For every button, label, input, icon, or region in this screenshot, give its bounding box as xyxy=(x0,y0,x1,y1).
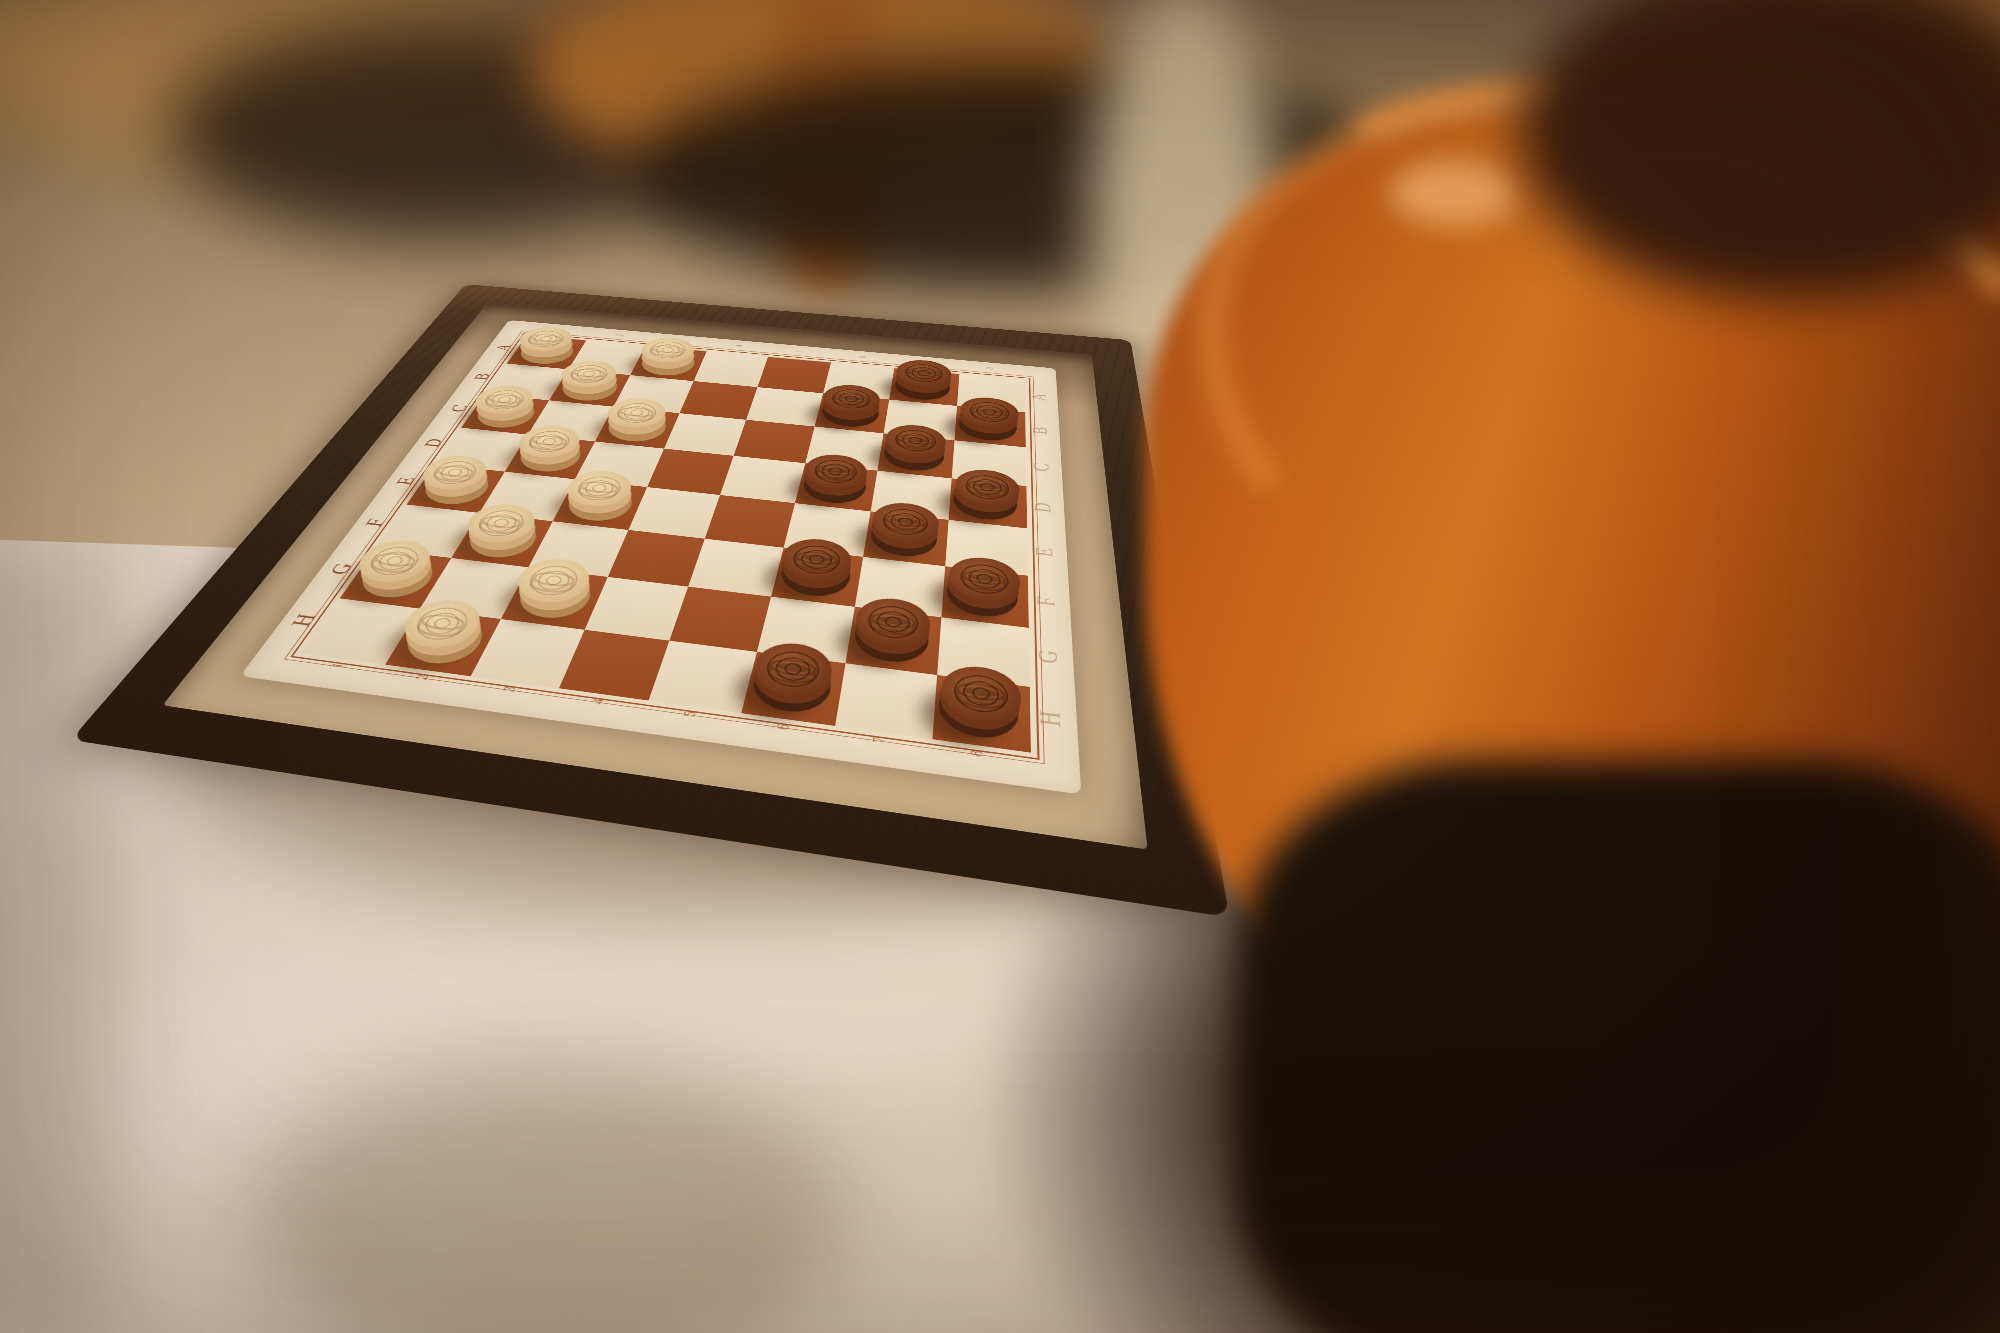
checker-glyph-dark: ⛂ xyxy=(810,453,860,491)
checker-light-A3[interactable]: ⛀ xyxy=(630,346,706,381)
file-label-near-1: 1 xyxy=(326,659,349,672)
chair-base-dark xyxy=(1240,760,2000,1333)
file-label-far-2: 2 xyxy=(613,332,627,338)
file-label-near-8: 8 xyxy=(967,746,986,762)
file-label-near-3: 3 xyxy=(499,682,521,696)
rank-label-right-A: A xyxy=(1028,391,1049,403)
file-label-near-7: 7 xyxy=(869,732,889,747)
rank-label-left-C: C xyxy=(445,402,472,414)
checker-glyph-dark: ⛂ xyxy=(964,468,1010,507)
rank-label-left-G: G xyxy=(323,560,358,578)
file-label-far-5: 5 xyxy=(794,348,807,354)
checker-light-C3[interactable]: ⛀ xyxy=(595,406,679,447)
checker-glyph-dark: ⛂ xyxy=(892,423,937,458)
checker-glyph-dark: ⛂ xyxy=(788,537,844,583)
checker-glyph-dark: ⛂ xyxy=(864,596,921,649)
checker-glyph-dark: ⛂ xyxy=(760,641,824,699)
table-edge-shade xyxy=(0,560,120,1333)
file-label-near-5: 5 xyxy=(679,707,700,722)
checker-light-H2[interactable]: ⛀ xyxy=(386,606,502,673)
checker-dark-B6[interactable]: ⛂ xyxy=(813,393,888,433)
checker-dark-F6[interactable]: ⛂ xyxy=(769,546,861,605)
rank-label-right-D: D xyxy=(1030,500,1055,516)
photo-canvas: ABCDEFGH ABCDEFGH 12345678 12345678 ⛀⛀⛂⛀… xyxy=(0,0,2000,1333)
checker-light-G3[interactable]: ⛀ xyxy=(501,566,607,628)
checker-dark-A7[interactable]: ⛂ xyxy=(887,368,957,405)
checker-glyph-dark: ⛂ xyxy=(969,396,1010,428)
piece-top: ⛂ xyxy=(954,467,1020,508)
rank-label-left-F: F xyxy=(358,515,391,531)
checker-dark-G7[interactable]: ⛂ xyxy=(843,605,938,672)
rank-label-right-C: C xyxy=(1029,460,1053,474)
checker-dark-E7[interactable]: ⛂ xyxy=(861,510,946,564)
checker-dark-C7[interactable]: ⛂ xyxy=(875,433,951,478)
file-label-near-6: 6 xyxy=(773,719,793,734)
piece-top: ⛂ xyxy=(959,395,1019,429)
file-label-near-2: 2 xyxy=(411,671,434,685)
file-label-near-4: 4 xyxy=(588,694,610,708)
checker-glyph-dark: ⛂ xyxy=(880,501,930,543)
file-label-far-6: 6 xyxy=(856,354,869,360)
file-label-far-8: 8 xyxy=(983,365,995,372)
checker-glyph-dark: ⛂ xyxy=(903,359,944,388)
chair-rim-glow xyxy=(1390,160,1520,225)
checker-glyph-dark: ⛂ xyxy=(829,383,874,414)
checker-dark-H6[interactable]: ⛂ xyxy=(739,649,843,723)
